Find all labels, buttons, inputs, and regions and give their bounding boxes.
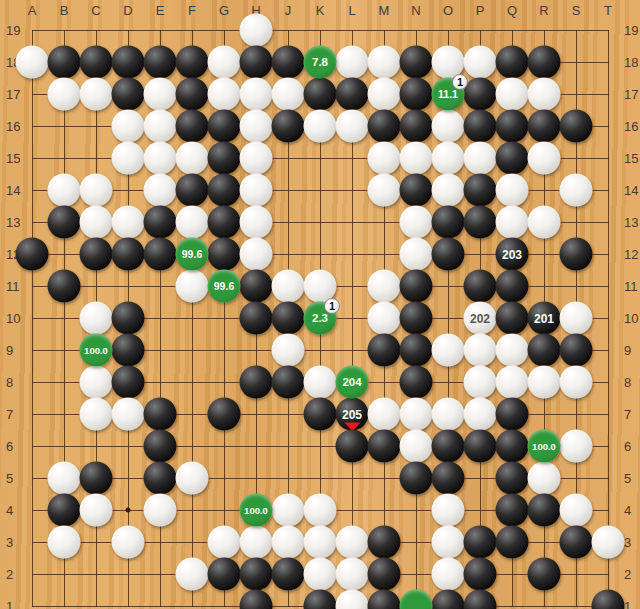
row-label-left: 7	[6, 407, 13, 422]
winrate-value: 11.1	[438, 89, 458, 100]
white-stone[interactable]	[432, 174, 465, 207]
white-stone[interactable]	[176, 270, 209, 303]
column-label: P	[476, 3, 485, 18]
row-label-left: 10	[6, 311, 20, 326]
row-label-right: 4	[624, 503, 631, 518]
row-label-left: 15	[6, 151, 20, 166]
black-stone[interactable]	[400, 366, 433, 399]
black-stone[interactable]	[432, 590, 465, 609]
white-stone[interactable]	[112, 206, 145, 239]
white-stone[interactable]	[368, 46, 401, 79]
ai-winrate-badge[interactable]: 100.0	[528, 430, 561, 463]
white-stone[interactable]	[48, 462, 81, 495]
white-stone[interactable]	[80, 206, 113, 239]
star-point	[126, 508, 131, 513]
black-stone[interactable]	[208, 238, 241, 271]
white-stone[interactable]	[240, 14, 273, 47]
black-stone[interactable]	[432, 238, 465, 271]
row-label-left: 8	[6, 375, 13, 390]
grid-line	[608, 30, 609, 607]
row-label-left: 6	[6, 439, 13, 454]
column-label: N	[411, 3, 420, 18]
row-label-right: 12	[624, 247, 638, 262]
black-stone[interactable]	[464, 526, 497, 559]
black-stone[interactable]	[528, 558, 561, 591]
black-stone[interactable]	[112, 366, 145, 399]
white-stone[interactable]	[336, 526, 369, 559]
column-label: T	[604, 3, 612, 18]
black-stone[interactable]	[496, 270, 529, 303]
white-stone[interactable]	[464, 366, 497, 399]
column-label: F	[188, 3, 196, 18]
black-stone[interactable]	[208, 174, 241, 207]
black-stone[interactable]	[272, 110, 305, 143]
ai-winrate-badge[interactable]: 100.0	[240, 494, 273, 527]
column-label: J	[285, 3, 292, 18]
black-stone[interactable]	[208, 142, 241, 175]
white-stone[interactable]	[368, 78, 401, 111]
white-stone[interactable]	[336, 46, 369, 79]
black-stone[interactable]	[48, 206, 81, 239]
white-stone[interactable]	[528, 366, 561, 399]
black-stone[interactable]	[112, 46, 145, 79]
white-stone[interactable]	[304, 110, 337, 143]
black-stone[interactable]	[112, 302, 145, 335]
white-stone[interactable]	[240, 238, 273, 271]
row-label-left: 19	[6, 23, 20, 38]
white-stone[interactable]	[80, 78, 113, 111]
black-stone[interactable]	[528, 494, 561, 527]
white-stone[interactable]	[560, 302, 593, 335]
white-stone[interactable]	[368, 270, 401, 303]
white-stone[interactable]	[432, 526, 465, 559]
black-stone[interactable]	[368, 558, 401, 591]
black-stone[interactable]	[240, 590, 273, 609]
white-stone[interactable]	[80, 494, 113, 527]
ai-winrate-badge[interactable]: 204	[336, 366, 369, 399]
black-stone[interactable]	[496, 302, 529, 335]
black-stone[interactable]	[528, 110, 561, 143]
black-stone[interactable]	[496, 142, 529, 175]
white-stone[interactable]	[208, 46, 241, 79]
black-stone[interactable]	[560, 110, 593, 143]
black-stone[interactable]	[176, 78, 209, 111]
column-label: Q	[507, 3, 517, 18]
white-stone[interactable]	[112, 398, 145, 431]
black-stone[interactable]	[240, 558, 273, 591]
black-stone[interactable]	[272, 302, 305, 335]
white-stone[interactable]	[432, 142, 465, 175]
black-stone[interactable]	[208, 110, 241, 143]
row-label-right: 14	[624, 183, 638, 198]
column-label: E	[156, 3, 165, 18]
ai-winrate-badge[interactable]: 99.6	[176, 238, 209, 271]
black-stone[interactable]	[496, 110, 529, 143]
white-stone[interactable]	[400, 398, 433, 431]
black-stone[interactable]	[272, 366, 305, 399]
row-label-right: 9	[624, 343, 631, 358]
white-stone[interactable]	[464, 46, 497, 79]
row-label-right: 15	[624, 151, 638, 166]
black-stone[interactable]	[496, 398, 529, 431]
white-stone[interactable]	[176, 558, 209, 591]
white-stone[interactable]	[272, 494, 305, 527]
ai-winrate-badge[interactable]: 99.6	[208, 270, 241, 303]
white-stone[interactable]	[112, 526, 145, 559]
winrate-value: 99.6	[182, 249, 202, 260]
white-stone[interactable]	[400, 206, 433, 239]
white-stone[interactable]	[368, 398, 401, 431]
black-stone[interactable]	[240, 302, 273, 335]
row-label-right: 13	[624, 215, 638, 230]
winrate-value: 7.8	[312, 56, 328, 68]
row-label-right: 1	[624, 599, 631, 609]
move-number: 202	[470, 312, 490, 324]
white-stone[interactable]	[208, 78, 241, 111]
column-label: B	[60, 3, 69, 18]
black-stone[interactable]	[560, 526, 593, 559]
row-label-right: 5	[624, 471, 631, 486]
row-label-left: 13	[6, 215, 20, 230]
black-stone[interactable]	[496, 462, 529, 495]
white-stone[interactable]	[240, 110, 273, 143]
row-label-left: 1	[6, 599, 13, 609]
white-stone[interactable]	[464, 398, 497, 431]
white-stone[interactable]	[176, 206, 209, 239]
white-stone[interactable]	[48, 526, 81, 559]
white-stone[interactable]	[368, 174, 401, 207]
white-stone[interactable]	[16, 46, 49, 79]
black-stone[interactable]	[80, 238, 113, 271]
black-stone[interactable]	[464, 558, 497, 591]
black-stone[interactable]	[272, 46, 305, 79]
row-label-right: 7	[624, 407, 631, 422]
black-stone[interactable]	[496, 430, 529, 463]
black-stone[interactable]	[144, 238, 177, 271]
black-stone[interactable]	[464, 110, 497, 143]
white-stone[interactable]	[432, 334, 465, 367]
white-stone[interactable]	[432, 558, 465, 591]
black-stone[interactable]	[368, 526, 401, 559]
black-stone[interactable]	[48, 494, 81, 527]
white-stone[interactable]	[400, 430, 433, 463]
white-stone[interactable]	[528, 142, 561, 175]
winrate-value: 100.0	[532, 441, 556, 451]
row-label-right: 11	[624, 279, 638, 294]
ai-winrate-badge[interactable]: 7.8	[304, 46, 337, 79]
winrate-value: 99.6	[214, 281, 234, 292]
white-stone[interactable]	[528, 78, 561, 111]
black-stone[interactable]	[112, 78, 145, 111]
white-stone[interactable]	[368, 302, 401, 335]
white-stone[interactable]	[464, 142, 497, 175]
column-label: G	[219, 3, 229, 18]
row-label-left: 9	[6, 343, 13, 358]
move-number: 203	[502, 248, 522, 260]
black-stone[interactable]	[144, 398, 177, 431]
black-stone[interactable]	[240, 46, 273, 79]
move-number: 205	[342, 408, 362, 420]
column-label: L	[348, 3, 355, 18]
black-stone[interactable]	[208, 558, 241, 591]
white-stone[interactable]	[336, 558, 369, 591]
black-stone[interactable]	[464, 590, 497, 609]
white-stone[interactable]	[272, 270, 305, 303]
black-stone[interactable]	[432, 430, 465, 463]
black-stone[interactable]	[592, 590, 625, 609]
white-stone[interactable]	[48, 78, 81, 111]
white-stone[interactable]	[432, 110, 465, 143]
black-stone[interactable]	[176, 174, 209, 207]
black-stone[interactable]	[464, 270, 497, 303]
black-stone[interactable]	[400, 270, 433, 303]
column-label: A	[28, 3, 37, 18]
white-stone[interactable]	[432, 494, 465, 527]
black-stone[interactable]	[112, 238, 145, 271]
row-label-left: 16	[6, 119, 20, 134]
white-stone[interactable]	[336, 110, 369, 143]
black-stone[interactable]	[144, 206, 177, 239]
white-stone[interactable]	[240, 174, 273, 207]
white-stone[interactable]	[368, 142, 401, 175]
white-stone[interactable]	[464, 334, 497, 367]
white-stone[interactable]	[560, 366, 593, 399]
winrate-value: 100.0	[244, 505, 268, 515]
white-stone[interactable]	[112, 142, 145, 175]
row-label-right: 6	[624, 439, 631, 454]
white-stone[interactable]	[80, 398, 113, 431]
black-stone[interactable]	[496, 494, 529, 527]
white-stone[interactable]	[144, 110, 177, 143]
black-stone[interactable]	[496, 526, 529, 559]
row-label-left: 14	[6, 183, 20, 198]
ai-winrate-badge[interactable]	[400, 590, 433, 609]
black-stone[interactable]	[464, 206, 497, 239]
white-stone[interactable]	[560, 174, 593, 207]
black-stone[interactable]	[16, 238, 49, 271]
winrate-value: 100.0	[84, 345, 108, 355]
row-label-left: 4	[6, 503, 13, 518]
row-label-left: 17	[6, 87, 20, 102]
white-stone[interactable]	[400, 238, 433, 271]
black-stone[interactable]	[528, 46, 561, 79]
white-stone[interactable]	[240, 526, 273, 559]
go-board: ABCDEFGHJKLMNOPQRST191817161514131211109…	[0, 0, 640, 609]
row-label-left: 5	[6, 471, 13, 486]
black-stone[interactable]	[368, 110, 401, 143]
white-stone[interactable]	[144, 494, 177, 527]
white-stone[interactable]: 202	[464, 302, 497, 335]
white-stone[interactable]	[144, 174, 177, 207]
white-stone[interactable]	[208, 526, 241, 559]
black-stone[interactable]	[48, 46, 81, 79]
row-label-right: 16	[624, 119, 638, 134]
white-stone[interactable]	[336, 590, 369, 609]
column-label: O	[443, 3, 453, 18]
column-label: S	[572, 3, 581, 18]
row-label-right: 10	[624, 311, 638, 326]
row-label-right: 2	[624, 567, 631, 582]
white-stone[interactable]	[240, 142, 273, 175]
row-label-left: 3	[6, 535, 13, 550]
black-stone[interactable]	[368, 590, 401, 609]
white-stone[interactable]	[176, 462, 209, 495]
winrate-value: 2.3	[312, 312, 328, 324]
row-label-left: 11	[6, 279, 20, 294]
candidate-rank-marker: 1	[324, 298, 340, 314]
white-stone[interactable]	[496, 366, 529, 399]
row-label-right: 3	[624, 535, 631, 550]
column-label: R	[539, 3, 548, 18]
black-stone[interactable]	[400, 78, 433, 111]
column-label: M	[379, 3, 390, 18]
column-label: C	[91, 3, 100, 18]
black-stone[interactable]	[464, 430, 497, 463]
white-stone[interactable]	[528, 206, 561, 239]
column-label: D	[123, 3, 132, 18]
white-stone[interactable]	[528, 462, 561, 495]
white-stone[interactable]	[240, 206, 273, 239]
column-label: K	[316, 3, 325, 18]
white-stone[interactable]	[80, 366, 113, 399]
row-label-right: 8	[624, 375, 631, 390]
black-stone[interactable]: 205	[336, 398, 369, 431]
white-stone[interactable]	[272, 334, 305, 367]
black-stone[interactable]	[432, 206, 465, 239]
white-stone[interactable]	[112, 110, 145, 143]
white-stone[interactable]	[80, 174, 113, 207]
black-stone[interactable]	[304, 398, 337, 431]
black-stone[interactable]	[496, 46, 529, 79]
white-stone[interactable]	[80, 302, 113, 335]
black-stone[interactable]	[560, 334, 593, 367]
black-stone[interactable]	[144, 462, 177, 495]
white-stone[interactable]	[560, 430, 593, 463]
white-stone[interactable]	[592, 526, 625, 559]
black-stone[interactable]	[464, 174, 497, 207]
black-stone[interactable]	[464, 78, 497, 111]
black-stone[interactable]	[368, 334, 401, 367]
white-stone[interactable]	[272, 526, 305, 559]
black-stone[interactable]	[368, 430, 401, 463]
black-stone[interactable]	[240, 270, 273, 303]
row-label-left: 2	[6, 567, 13, 582]
winrate-value: 204	[342, 376, 361, 388]
candidate-rank-marker: 1	[452, 74, 468, 90]
black-stone[interactable]	[336, 430, 369, 463]
black-stone[interactable]	[48, 270, 81, 303]
white-stone[interactable]	[432, 398, 465, 431]
white-stone[interactable]	[304, 366, 337, 399]
ai-winrate-badge[interactable]: 100.0	[80, 334, 113, 367]
black-stone[interactable]	[80, 462, 113, 495]
white-stone[interactable]	[144, 78, 177, 111]
black-stone[interactable]	[400, 462, 433, 495]
move-number: 201	[534, 312, 554, 324]
row-label-right: 18	[624, 55, 638, 70]
black-stone[interactable]	[528, 334, 561, 367]
white-stone[interactable]	[496, 174, 529, 207]
white-stone[interactable]	[176, 142, 209, 175]
black-stone[interactable]	[144, 430, 177, 463]
white-stone[interactable]	[304, 526, 337, 559]
white-stone[interactable]	[272, 78, 305, 111]
white-stone[interactable]	[560, 494, 593, 527]
black-stone[interactable]	[304, 590, 337, 609]
black-stone[interactable]	[112, 334, 145, 367]
black-stone[interactable]	[176, 46, 209, 79]
black-stone[interactable]	[560, 238, 593, 271]
black-stone[interactable]	[304, 78, 337, 111]
black-stone[interactable]	[400, 334, 433, 367]
white-stone[interactable]	[48, 174, 81, 207]
black-stone[interactable]	[400, 174, 433, 207]
black-stone[interactable]	[400, 110, 433, 143]
black-stone[interactable]: 203	[496, 238, 529, 271]
row-label-right: 19	[624, 23, 638, 38]
black-stone[interactable]	[240, 366, 273, 399]
white-stone[interactable]	[304, 494, 337, 527]
black-stone[interactable]	[144, 46, 177, 79]
black-stone[interactable]	[400, 46, 433, 79]
white-stone[interactable]	[496, 78, 529, 111]
black-stone[interactable]	[208, 398, 241, 431]
black-stone[interactable]: 201	[528, 302, 561, 335]
black-stone[interactable]	[400, 302, 433, 335]
black-stone[interactable]	[272, 558, 305, 591]
white-stone[interactable]	[144, 142, 177, 175]
black-stone[interactable]	[208, 206, 241, 239]
white-stone[interactable]	[400, 142, 433, 175]
black-stone[interactable]	[80, 46, 113, 79]
black-stone[interactable]	[336, 78, 369, 111]
white-stone[interactable]	[304, 558, 337, 591]
black-stone[interactable]	[176, 110, 209, 143]
row-label-right: 17	[624, 87, 638, 102]
white-stone[interactable]	[496, 206, 529, 239]
white-stone[interactable]	[240, 78, 273, 111]
black-stone[interactable]	[432, 462, 465, 495]
white-stone[interactable]	[496, 334, 529, 367]
